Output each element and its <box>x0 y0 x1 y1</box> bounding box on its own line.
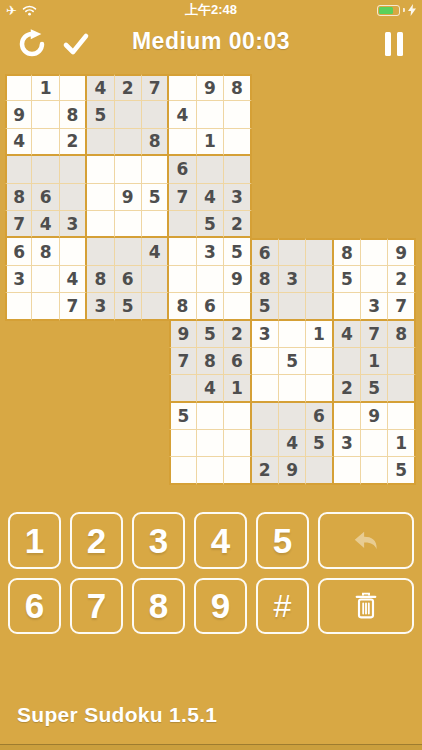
board-gap <box>32 321 59 348</box>
sudoku-cell-r9c13[interactable] <box>334 293 361 320</box>
sudoku-cell-r3c6[interactable]: 8 <box>142 129 169 156</box>
sudoku-cell-r4c2[interactable] <box>32 156 59 183</box>
board-gap <box>388 184 415 211</box>
sudoku-cell-r10c11[interactable] <box>279 321 306 348</box>
sudoku-cell-r7c12[interactable] <box>306 238 333 265</box>
sudoku-cell-r2c3[interactable]: 8 <box>60 101 87 128</box>
board-gap <box>115 430 142 457</box>
board-gap <box>388 74 415 101</box>
sudoku-cell-r10c12[interactable]: 1 <box>306 321 333 348</box>
sudoku-cell-r9c8[interactable]: 6 <box>197 293 224 320</box>
sudoku-cell-r7c3[interactable] <box>60 238 87 265</box>
sudoku-cell-r2c2[interactable] <box>32 101 59 128</box>
sudoku-cell-r2c1[interactable]: 9 <box>5 101 32 128</box>
sudoku-cell-r2c6[interactable] <box>142 101 169 128</box>
sudoku-cell-r11c10[interactable] <box>252 348 279 375</box>
board-gap <box>87 457 114 484</box>
board-gap <box>252 101 279 128</box>
sudoku-cell-r5c5[interactable]: 9 <box>115 184 142 211</box>
sudoku-cell-r2c5[interactable] <box>115 101 142 128</box>
status-right-icons <box>377 4 416 16</box>
sudoku-board: 1427989854428168695743743526843568934869… <box>5 74 416 485</box>
numpad-button-2[interactable]: 2 <box>70 512 123 569</box>
sudoku-cell-r3c4[interactable] <box>87 129 114 156</box>
board-gap <box>361 156 388 183</box>
sudoku-cell-r8c7[interactable] <box>169 266 196 293</box>
sudoku-cell-r15c8[interactable] <box>197 457 224 484</box>
board-gap <box>252 211 279 238</box>
sudoku-cell-r6c5[interactable] <box>115 211 142 238</box>
board-gap <box>334 129 361 156</box>
sudoku-cell-r13c12[interactable]: 6 <box>306 403 333 430</box>
sudoku-cell-r7c10[interactable]: 6 <box>252 238 279 265</box>
board-gap <box>5 375 32 402</box>
numpad-row-2: 6789# <box>8 578 414 634</box>
status-bar: ✈ 上午2:48 <box>0 0 422 20</box>
board-gap <box>279 211 306 238</box>
sudoku-cell-r5c9[interactable]: 3 <box>224 184 251 211</box>
sudoku-cell-r7c4[interactable] <box>87 238 114 265</box>
sudoku-cell-r8c8[interactable] <box>197 266 224 293</box>
sudoku-cell-r6c2[interactable]: 4 <box>32 211 59 238</box>
sudoku-cell-r8c13[interactable]: 5 <box>334 266 361 293</box>
board-gap <box>334 156 361 183</box>
board-gap <box>279 129 306 156</box>
numpad-row-1: 12345 <box>8 512 414 569</box>
sudoku-cell-r2c8[interactable] <box>197 101 224 128</box>
board-gap <box>87 375 114 402</box>
numpad-button-9[interactable]: 9 <box>194 578 247 634</box>
board-gap <box>388 211 415 238</box>
sudoku-cell-r11c11[interactable]: 5 <box>279 348 306 375</box>
sudoku-cell-r9c14[interactable]: 3 <box>361 293 388 320</box>
sudoku-cell-r7c1[interactable]: 6 <box>5 238 32 265</box>
board-gap <box>252 129 279 156</box>
sudoku-cell-r1c9[interactable]: 8 <box>224 74 251 101</box>
sudoku-cell-r12c13[interactable]: 2 <box>334 375 361 402</box>
status-time: 上午2:48 <box>0 1 422 19</box>
board-gap <box>142 403 169 430</box>
sudoku-cell-r3c5[interactable] <box>115 129 142 156</box>
board-gap <box>142 430 169 457</box>
sudoku-cell-r4c5[interactable] <box>115 156 142 183</box>
sudoku-cell-r9c4[interactable]: 3 <box>87 293 114 320</box>
sudoku-cell-r3c7[interactable] <box>169 129 196 156</box>
board-gap <box>388 156 415 183</box>
board-gap <box>87 430 114 457</box>
sudoku-cell-r9c6[interactable] <box>142 293 169 320</box>
board-gap <box>388 101 415 128</box>
sudoku-cell-r1c4[interactable]: 4 <box>87 74 114 101</box>
sudoku-cell-r5c7[interactable]: 7 <box>169 184 196 211</box>
sudoku-cell-r13c11[interactable] <box>279 403 306 430</box>
sudoku-cell-r1c7[interactable] <box>169 74 196 101</box>
board-gap <box>334 101 361 128</box>
sudoku-cell-r6c4[interactable] <box>87 211 114 238</box>
sudoku-cell-r4c3[interactable] <box>60 156 87 183</box>
page-title: Medium 00:03 <box>0 28 422 55</box>
sudoku-cell-r14c7[interactable] <box>169 430 196 457</box>
board-gap <box>361 211 388 238</box>
sudoku-cell-r4c6[interactable] <box>142 156 169 183</box>
numpad-button-8[interactable]: 8 <box>132 578 185 634</box>
sudoku-cell-r14c12[interactable]: 5 <box>306 430 333 457</box>
sudoku-cell-r8c15[interactable]: 2 <box>388 266 415 293</box>
numpad-button-4[interactable]: 4 <box>194 512 247 569</box>
sudoku-cell-r3c3[interactable]: 2 <box>60 129 87 156</box>
sudoku-cell-r13c10[interactable] <box>252 403 279 430</box>
sudoku-cell-r6c7[interactable] <box>169 211 196 238</box>
sudoku-cell-r5c3[interactable] <box>60 184 87 211</box>
sudoku-cell-r9c15[interactable]: 7 <box>388 293 415 320</box>
sudoku-cell-r7c5[interactable] <box>115 238 142 265</box>
board-gap <box>5 430 32 457</box>
sudoku-cell-r2c9[interactable] <box>224 101 251 128</box>
sudoku-cell-r11c7[interactable]: 7 <box>169 348 196 375</box>
board-gap <box>306 101 333 128</box>
board-gap <box>5 457 32 484</box>
sudoku-cell-r1c5[interactable]: 2 <box>115 74 142 101</box>
board-gap <box>5 321 32 348</box>
trash-icon <box>353 592 379 620</box>
board-gap <box>115 321 142 348</box>
sudoku-cell-r7c15[interactable]: 9 <box>388 238 415 265</box>
sudoku-cell-r1c2[interactable]: 1 <box>32 74 59 101</box>
sudoku-cell-r14c14[interactable] <box>361 430 388 457</box>
sudoku-cell-r10c10[interactable]: 3 <box>252 321 279 348</box>
board-gap <box>252 74 279 101</box>
sudoku-cell-r12c12[interactable] <box>306 375 333 402</box>
board-gap <box>252 156 279 183</box>
numpad-button-5[interactable]: 5 <box>256 512 309 569</box>
battery-icon <box>377 5 400 16</box>
sudoku-cell-r4c1[interactable] <box>5 156 32 183</box>
sudoku-cell-r5c6[interactable]: 5 <box>142 184 169 211</box>
board-gap <box>361 101 388 128</box>
board-gap <box>142 457 169 484</box>
app-version-label: Super Sudoku 1.5.1 <box>17 703 217 727</box>
numpad-row2-digits: 6789# <box>8 578 309 634</box>
sudoku-cell-r1c1[interactable] <box>5 74 32 101</box>
sudoku-cell-r13c7[interactable]: 5 <box>169 403 196 430</box>
sudoku-cell-r11c15[interactable] <box>388 348 415 375</box>
board-gap <box>60 375 87 402</box>
sudoku-cell-r15c12[interactable] <box>306 457 333 484</box>
sudoku-cell-r13c9[interactable] <box>224 403 251 430</box>
sudoku-cell-r9c9[interactable] <box>224 293 251 320</box>
numpad-button-6[interactable]: 6 <box>8 578 61 634</box>
board-gap <box>388 129 415 156</box>
sudoku-cell-r10c9[interactable]: 2 <box>224 321 251 348</box>
board-gap <box>87 348 114 375</box>
board-gap <box>306 129 333 156</box>
board-gap <box>279 184 306 211</box>
board-gap <box>279 101 306 128</box>
sudoku-cell-r15c10[interactable]: 2 <box>252 457 279 484</box>
sudoku-cell-r10c8[interactable]: 5 <box>197 321 224 348</box>
sudoku-cell-r1c6[interactable]: 7 <box>142 74 169 101</box>
sudoku-cell-r7c9[interactable]: 5 <box>224 238 251 265</box>
sudoku-cell-r9c12[interactable] <box>306 293 333 320</box>
sudoku-cell-r7c7[interactable] <box>169 238 196 265</box>
charging-bolt-icon <box>408 4 416 16</box>
sudoku-cell-r11c8[interactable]: 8 <box>197 348 224 375</box>
sudoku-cell-r12c15[interactable] <box>388 375 415 402</box>
board-gap <box>334 74 361 101</box>
sudoku-cell-r7c13[interactable]: 8 <box>334 238 361 265</box>
sudoku-cell-r3c1[interactable]: 4 <box>5 129 32 156</box>
sudoku-cell-r14c8[interactable] <box>197 430 224 457</box>
sudoku-cell-r14c15[interactable]: 1 <box>388 430 415 457</box>
board-gap <box>334 211 361 238</box>
sudoku-cell-r6c3[interactable]: 3 <box>60 211 87 238</box>
sudoku-cell-r15c14[interactable] <box>361 457 388 484</box>
sudoku-cell-r14c9[interactable] <box>224 430 251 457</box>
sudoku-cell-r6c6[interactable] <box>142 211 169 238</box>
sudoku-cell-r15c15[interactable]: 5 <box>388 457 415 484</box>
board-gap <box>306 156 333 183</box>
sudoku-cell-r7c2[interactable]: 8 <box>32 238 59 265</box>
sudoku-cell-r4c8[interactable] <box>197 156 224 183</box>
board-gap <box>115 457 142 484</box>
sudoku-cell-r9c11[interactable] <box>279 293 306 320</box>
pause-button[interactable] <box>376 26 412 62</box>
board-gap <box>5 403 32 430</box>
board-gap <box>115 375 142 402</box>
sudoku-cell-r5c8[interactable]: 4 <box>197 184 224 211</box>
sudoku-cell-r14c11[interactable]: 4 <box>279 430 306 457</box>
sudoku-cell-r9c7[interactable]: 8 <box>169 293 196 320</box>
sudoku-cell-r7c14[interactable] <box>361 238 388 265</box>
board-gap <box>115 348 142 375</box>
bottom-strip <box>0 744 422 750</box>
sudoku-cell-r11c9[interactable]: 6 <box>224 348 251 375</box>
sudoku-cell-r8c3[interactable]: 4 <box>60 266 87 293</box>
sudoku-cell-r6c1[interactable]: 7 <box>5 211 32 238</box>
sudoku-cell-r8c12[interactable] <box>306 266 333 293</box>
board-gap <box>5 348 32 375</box>
sudoku-cell-r5c1[interactable]: 8 <box>5 184 32 211</box>
board-gap <box>142 375 169 402</box>
sudoku-cell-r10c15[interactable]: 8 <box>388 321 415 348</box>
sudoku-cell-r8c5[interactable]: 6 <box>115 266 142 293</box>
sudoku-cell-r15c7[interactable] <box>169 457 196 484</box>
sudoku-cell-r10c13[interactable]: 4 <box>334 321 361 348</box>
sudoku-cell-r12c7[interactable] <box>169 375 196 402</box>
sudoku-cell-r12c11[interactable] <box>279 375 306 402</box>
board-gap <box>361 74 388 101</box>
toolbar: Medium 00:03 <box>0 22 422 64</box>
board-gap <box>60 403 87 430</box>
sudoku-cell-r13c15[interactable] <box>388 403 415 430</box>
sudoku-cell-r10c7[interactable]: 9 <box>169 321 196 348</box>
sudoku-cell-r15c9[interactable] <box>224 457 251 484</box>
sudoku-cell-r9c5[interactable]: 5 <box>115 293 142 320</box>
sudoku-cell-r3c9[interactable] <box>224 129 251 156</box>
numpad-button-3[interactable]: 3 <box>132 512 185 569</box>
sudoku-cell-r3c2[interactable] <box>32 129 59 156</box>
board-gap <box>32 348 59 375</box>
sudoku-cell-r10c14[interactable]: 7 <box>361 321 388 348</box>
sudoku-cell-r1c3[interactable] <box>60 74 87 101</box>
sudoku-cell-r11c14[interactable]: 1 <box>361 348 388 375</box>
sudoku-cell-r6c8[interactable]: 5 <box>197 211 224 238</box>
sudoku-cell-r7c6[interactable]: 4 <box>142 238 169 265</box>
sudoku-cell-r15c11[interactable]: 9 <box>279 457 306 484</box>
board-gap <box>279 156 306 183</box>
board-gap <box>60 457 87 484</box>
board-gap <box>142 348 169 375</box>
trash-button[interactable] <box>318 578 414 634</box>
sudoku-cell-r1c8[interactable]: 9 <box>197 74 224 101</box>
sudoku-cell-r13c14[interactable]: 9 <box>361 403 388 430</box>
sudoku-cell-r8c1[interactable]: 3 <box>5 266 32 293</box>
board-gap <box>32 403 59 430</box>
sudoku-cell-r8c2[interactable] <box>32 266 59 293</box>
sudoku-cell-r8c9[interactable]: 9 <box>224 266 251 293</box>
board-gap <box>32 457 59 484</box>
sudoku-cell-r8c10[interactable]: 8 <box>252 266 279 293</box>
sudoku-cell-r14c10[interactable] <box>252 430 279 457</box>
sudoku-cell-r11c13[interactable] <box>334 348 361 375</box>
board-gap <box>334 184 361 211</box>
sudoku-cell-r11c12[interactable] <box>306 348 333 375</box>
sudoku-cell-r13c8[interactable] <box>197 403 224 430</box>
sudoku-cell-r3c8[interactable]: 1 <box>197 129 224 156</box>
numpad-row1-digits: 12345 <box>8 512 309 569</box>
board-gap <box>306 74 333 101</box>
sudoku-cell-r12c8[interactable]: 4 <box>197 375 224 402</box>
sudoku-cell-r6c9[interactable]: 2 <box>224 211 251 238</box>
board-gap <box>32 375 59 402</box>
board-gap <box>306 211 333 238</box>
sudoku-cell-r9c3[interactable]: 7 <box>60 293 87 320</box>
sudoku-cell-r15c13[interactable] <box>334 457 361 484</box>
sudoku-cell-r5c4[interactable] <box>87 184 114 211</box>
board-gap <box>60 321 87 348</box>
board-gap <box>60 348 87 375</box>
board-gap <box>361 184 388 211</box>
sudoku-cell-r2c4[interactable]: 5 <box>87 101 114 128</box>
sudoku-cell-r7c11[interactable] <box>279 238 306 265</box>
numpad-button-1[interactable]: 1 <box>8 512 61 569</box>
sudoku-cell-r9c1[interactable] <box>5 293 32 320</box>
sudoku-cell-r12c9[interactable]: 1 <box>224 375 251 402</box>
board-gap <box>60 430 87 457</box>
undo-icon <box>349 526 383 556</box>
sudoku-cell-r4c9[interactable] <box>224 156 251 183</box>
board-gap <box>87 321 114 348</box>
board-gap <box>115 403 142 430</box>
sudoku-cell-r8c6[interactable] <box>142 266 169 293</box>
sudoku-cell-r4c7[interactable]: 6 <box>169 156 196 183</box>
pause-icon <box>385 32 403 56</box>
undo-button[interactable] <box>318 512 414 569</box>
battery-cap <box>403 8 405 12</box>
sudoku-cell-r2c7[interactable]: 4 <box>169 101 196 128</box>
sudoku-cell-r9c2[interactable] <box>32 293 59 320</box>
sudoku-cell-r9c10[interactable]: 5 <box>252 293 279 320</box>
sudoku-cell-r4c4[interactable] <box>87 156 114 183</box>
sudoku-cell-r8c14[interactable] <box>361 266 388 293</box>
board-gap <box>87 403 114 430</box>
board-gap <box>142 321 169 348</box>
board-gap <box>361 129 388 156</box>
board-gap <box>306 184 333 211</box>
sudoku-cell-r7c8[interactable]: 3 <box>197 238 224 265</box>
sudoku-cell-r12c14[interactable]: 5 <box>361 375 388 402</box>
sudoku-cell-r13c13[interactable] <box>334 403 361 430</box>
sudoku-cell-r5c2[interactable]: 6 <box>32 184 59 211</box>
sudoku-cell-r12c10[interactable] <box>252 375 279 402</box>
board-gap <box>279 74 306 101</box>
sudoku-cell-r8c11[interactable]: 3 <box>279 266 306 293</box>
sudoku-cell-r14c13[interactable]: 3 <box>334 430 361 457</box>
sudoku-cell-r8c4[interactable]: 8 <box>87 266 114 293</box>
numpad-button-7[interactable]: 7 <box>70 578 123 634</box>
pencil-mark-button[interactable]: # <box>256 578 309 634</box>
board-gap <box>32 430 59 457</box>
board-gap <box>252 184 279 211</box>
